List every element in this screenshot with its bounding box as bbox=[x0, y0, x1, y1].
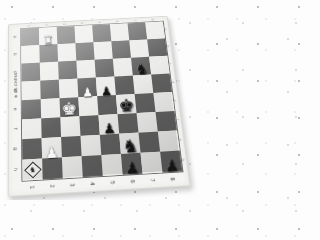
square-r6c3[interactable] bbox=[60, 116, 80, 137]
square-r2c3[interactable] bbox=[57, 43, 76, 61]
square-r3c1[interactable] bbox=[21, 63, 40, 82]
square-r4c6[interactable] bbox=[114, 76, 134, 95]
square-r4c7[interactable] bbox=[133, 75, 154, 94]
square-r2c7[interactable] bbox=[129, 39, 149, 57]
square-r4c5[interactable]: ♟ bbox=[96, 77, 116, 97]
square-r4c2[interactable] bbox=[40, 80, 59, 100]
square-r4c4[interactable]: ♟ bbox=[77, 78, 97, 98]
emblem-knight-icon: ♞ bbox=[29, 166, 36, 173]
square-r2c5[interactable] bbox=[93, 41, 112, 59]
black-pawn[interactable]: ♟ bbox=[97, 85, 116, 98]
square-r5c1[interactable] bbox=[22, 99, 41, 119]
square-r1c7[interactable] bbox=[128, 23, 148, 41]
square-r8c4[interactable] bbox=[82, 155, 103, 177]
square-r8c5[interactable] bbox=[101, 154, 122, 176]
square-r3c4[interactable] bbox=[76, 60, 96, 79]
square-r1c8[interactable] bbox=[145, 22, 165, 40]
square-r1c5[interactable] bbox=[92, 24, 111, 42]
square-r6c6[interactable] bbox=[118, 113, 139, 134]
square-r5c6[interactable]: ♚ bbox=[116, 94, 137, 114]
square-r7c7[interactable] bbox=[138, 131, 160, 152]
square-r2c1[interactable] bbox=[21, 45, 39, 64]
white-rook[interactable]: ♜ bbox=[39, 34, 58, 47]
square-r8c3[interactable] bbox=[62, 156, 83, 178]
square-r5c5[interactable] bbox=[97, 95, 117, 115]
square-r5c2[interactable] bbox=[41, 98, 61, 118]
square-r1c2[interactable]: ♜ bbox=[39, 27, 57, 45]
white-pawn[interactable]: ♟ bbox=[41, 145, 62, 161]
square-r6c2[interactable] bbox=[41, 117, 61, 138]
square-r1c1[interactable] bbox=[21, 28, 39, 46]
white-pawn[interactable]: ♟ bbox=[78, 86, 97, 99]
square-r6c4[interactable] bbox=[79, 115, 99, 136]
square-r6c5[interactable]: ♟ bbox=[98, 114, 119, 135]
board-grid: ♜♞♟♟♚♚♟♟♞♞♟♟ bbox=[20, 21, 183, 182]
square-r8c7[interactable] bbox=[141, 152, 163, 174]
square-r7c1[interactable] bbox=[22, 138, 42, 160]
square-r2c2[interactable] bbox=[39, 44, 58, 62]
square-r6c8[interactable] bbox=[156, 111, 177, 132]
square-r3c3[interactable] bbox=[58, 61, 77, 80]
square-r1c3[interactable] bbox=[57, 26, 76, 44]
us-chess-brand-text: ⊕ US CHESS bbox=[13, 68, 18, 103]
square-r4c3[interactable] bbox=[59, 79, 79, 99]
white-king[interactable]: ♚ bbox=[59, 101, 79, 120]
square-r7c6[interactable]: ♞ bbox=[119, 133, 140, 154]
square-r7c2[interactable]: ♟ bbox=[42, 137, 62, 158]
square-r8c8[interactable]: ♟ bbox=[160, 151, 182, 173]
us-chess-knight-diamond-emblem: ♞ bbox=[24, 161, 42, 178]
square-r3c8[interactable] bbox=[149, 56, 169, 75]
square-r4c8[interactable] bbox=[151, 74, 172, 93]
square-r6c1[interactable] bbox=[22, 118, 42, 139]
square-r5c7[interactable] bbox=[135, 93, 156, 113]
square-r3c2[interactable] bbox=[40, 62, 59, 81]
photo-scene: 12345678 12345678 abcdefgh abcdefgh ⊕ US… bbox=[0, 0, 200, 200]
square-r2c8[interactable] bbox=[147, 38, 167, 56]
square-r7c3[interactable] bbox=[61, 136, 82, 157]
black-pawn[interactable]: ♟ bbox=[122, 160, 143, 177]
black-knight[interactable]: ♞ bbox=[120, 137, 141, 156]
square-r2c4[interactable] bbox=[75, 42, 94, 60]
square-r8c6[interactable]: ♟ bbox=[121, 153, 143, 175]
square-r1c6[interactable] bbox=[110, 23, 129, 41]
square-r3c5[interactable] bbox=[95, 59, 115, 78]
square-r8c1[interactable]: ♞ bbox=[22, 159, 42, 181]
square-r8c2[interactable] bbox=[42, 157, 63, 179]
square-r3c7[interactable]: ♞ bbox=[131, 57, 151, 76]
square-r2c6[interactable] bbox=[111, 40, 131, 58]
square-r7c4[interactable] bbox=[80, 135, 101, 156]
black-pawn[interactable]: ♟ bbox=[162, 158, 183, 175]
square-r4c1[interactable] bbox=[22, 81, 41, 101]
square-r5c4[interactable] bbox=[78, 96, 98, 116]
square-r6c7[interactable] bbox=[137, 112, 158, 133]
square-r7c5[interactable] bbox=[100, 134, 121, 155]
square-r5c8[interactable] bbox=[153, 92, 174, 112]
square-r5c3[interactable]: ♚ bbox=[60, 97, 80, 117]
square-r3c6[interactable] bbox=[113, 58, 133, 77]
square-r7c8[interactable] bbox=[158, 130, 180, 151]
chessboard: 12345678 12345678 abcdefgh abcdefgh ⊕ US… bbox=[8, 16, 191, 197]
square-r1c4[interactable] bbox=[74, 25, 93, 43]
